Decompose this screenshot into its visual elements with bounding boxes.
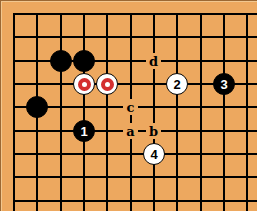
red-circle-mark (101, 78, 114, 91)
grid-line-vertical-1 (13, 13, 15, 211)
grid-line-vertical-3 (60, 13, 62, 211)
grid-line-vertical-5 (106, 13, 108, 211)
stone-white-G13: 4 (143, 143, 165, 165)
stone-black-D17 (73, 50, 95, 72)
stone-move-number: 1 (80, 125, 87, 138)
red-circle-mark (78, 78, 91, 91)
grid-line-horizontal-2 (13, 36, 257, 38)
go-board-diagram: dcab2314 (0, 0, 257, 211)
stone-move-number: 2 (173, 78, 180, 91)
stone-black-B15 (26, 96, 48, 118)
stone-black-K16: 3 (213, 73, 235, 95)
grid-line-horizontal-9 (13, 200, 257, 202)
point-label-b: b (146, 123, 161, 139)
stone-white-H16: 2 (166, 73, 188, 95)
grid-line-vertical-9 (200, 13, 202, 211)
grid-line-vertical-4 (83, 13, 85, 211)
point-label-d: d (146, 53, 161, 69)
grid-line-horizontal-8 (13, 176, 257, 178)
stone-move-number: 3 (220, 78, 227, 91)
grid-line-horizontal-7 (13, 153, 257, 155)
grid-line-vertical-11 (246, 13, 248, 211)
stone-black-D14: 1 (73, 120, 95, 142)
point-label-a: a (123, 123, 138, 139)
stone-white-D16 (73, 73, 95, 95)
grid-line-vertical-10 (223, 13, 225, 211)
grid-line-horizontal-1 (13, 13, 257, 15)
grid-line-vertical-7 (153, 13, 155, 211)
stone-white-E16 (96, 73, 118, 95)
grid-line-vertical-8 (176, 13, 178, 211)
point-label-c: c (123, 99, 138, 115)
stone-black-C17 (50, 50, 72, 72)
stone-move-number: 4 (150, 148, 157, 161)
